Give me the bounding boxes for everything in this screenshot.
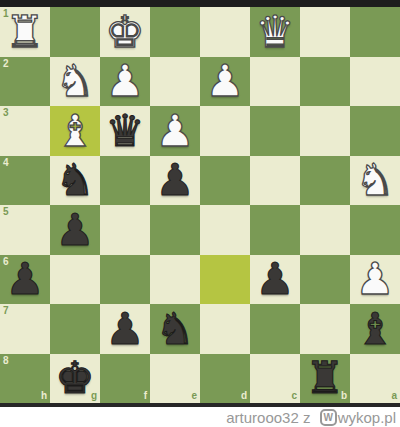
watermark-separator: z <box>299 409 315 426</box>
black-queen-piece[interactable]: ♛ <box>100 106 150 156</box>
black-pawn-piece[interactable]: ♟ <box>0 255 50 305</box>
black-rook-piece[interactable]: ♜ <box>300 354 350 404</box>
square-g1[interactable] <box>50 7 100 57</box>
square-g2[interactable]: ♞ <box>50 57 100 107</box>
file-label-h: h <box>41 390 47 402</box>
white-pawn-piece[interactable]: ♟ <box>200 57 250 107</box>
square-e4[interactable]: ♟ <box>150 156 200 206</box>
black-pawn-piece[interactable]: ♟ <box>50 205 100 255</box>
black-knight-piece[interactable]: ♞ <box>50 156 100 206</box>
black-knight-piece[interactable]: ♞ <box>150 304 200 354</box>
file-label-e: e <box>191 390 197 402</box>
white-king-piece[interactable]: ♚ <box>100 7 150 57</box>
square-c7[interactable] <box>250 304 300 354</box>
square-e2[interactable] <box>150 57 200 107</box>
square-a6[interactable]: ♟ <box>350 255 400 305</box>
black-pawn-piece[interactable]: ♟ <box>150 156 200 206</box>
top-bar <box>0 0 400 7</box>
square-b7[interactable] <box>300 304 350 354</box>
square-e3[interactable]: ♟ <box>150 106 200 156</box>
square-e7[interactable]: ♞ <box>150 304 200 354</box>
white-pawn-piece[interactable]: ♟ <box>150 106 200 156</box>
file-label-d: d <box>241 390 247 402</box>
file-label-a: a <box>391 390 397 402</box>
square-a2[interactable] <box>350 57 400 107</box>
black-bishop-piece[interactable]: ♝ <box>350 304 400 354</box>
square-c2[interactable] <box>250 57 300 107</box>
white-pawn-piece[interactable]: ♟ <box>100 57 150 107</box>
white-bishop-piece[interactable]: ♝ <box>50 106 100 156</box>
square-a8[interactable]: a <box>350 354 400 404</box>
square-h8[interactable]: 8h <box>0 354 50 404</box>
rank-label-7: 7 <box>3 305 9 317</box>
white-knight-piece[interactable]: ♞ <box>50 57 100 107</box>
rank-label-5: 5 <box>3 206 9 218</box>
square-e1[interactable] <box>150 7 200 57</box>
square-c6[interactable]: ♟ <box>250 255 300 305</box>
square-d8[interactable]: d <box>200 354 250 404</box>
square-f8[interactable]: f <box>100 354 150 404</box>
square-a4[interactable]: ♞ <box>350 156 400 206</box>
file-label-c: c <box>291 390 297 402</box>
white-rook-piece[interactable]: ♜ <box>0 7 50 57</box>
square-d7[interactable] <box>200 304 250 354</box>
square-d4[interactable] <box>200 156 250 206</box>
black-pawn-piece[interactable]: ♟ <box>250 255 300 305</box>
square-h7[interactable]: 7 <box>0 304 50 354</box>
square-g6[interactable] <box>50 255 100 305</box>
square-h3[interactable]: 3 <box>0 106 50 156</box>
square-b1[interactable] <box>300 7 350 57</box>
square-b3[interactable] <box>300 106 350 156</box>
wykop-logo-icon: W <box>320 409 337 426</box>
square-d1[interactable] <box>200 7 250 57</box>
rank-label-8: 8 <box>3 355 9 367</box>
square-e6[interactable] <box>150 255 200 305</box>
square-f1[interactable]: ♚ <box>100 7 150 57</box>
rank-label-4: 4 <box>3 157 9 169</box>
square-f3[interactable]: ♛ <box>100 106 150 156</box>
square-b2[interactable] <box>300 57 350 107</box>
square-c4[interactable] <box>250 156 300 206</box>
square-b6[interactable] <box>300 255 350 305</box>
square-d6[interactable] <box>200 255 250 305</box>
watermark-site: wykop.pl <box>338 409 396 426</box>
square-c1[interactable]: ♛ <box>250 7 300 57</box>
square-a5[interactable] <box>350 205 400 255</box>
square-g7[interactable] <box>50 304 100 354</box>
black-pawn-piece[interactable]: ♟ <box>100 304 150 354</box>
square-d3[interactable] <box>200 106 250 156</box>
square-d5[interactable] <box>200 205 250 255</box>
square-b4[interactable] <box>300 156 350 206</box>
square-b5[interactable] <box>300 205 350 255</box>
square-d2[interactable]: ♟ <box>200 57 250 107</box>
square-c3[interactable] <box>250 106 300 156</box>
square-f6[interactable] <box>100 255 150 305</box>
watermark-author: arturooo32 <box>226 409 299 426</box>
square-f5[interactable] <box>100 205 150 255</box>
watermark: arturooo32 z W wykop.pl <box>0 407 400 427</box>
square-f2[interactable]: ♟ <box>100 57 150 107</box>
square-a3[interactable] <box>350 106 400 156</box>
file-label-f: f <box>144 390 147 402</box>
square-f7[interactable]: ♟ <box>100 304 150 354</box>
square-h1[interactable]: 1♜ <box>0 7 50 57</box>
square-c8[interactable]: c <box>250 354 300 404</box>
square-e5[interactable] <box>150 205 200 255</box>
square-b8[interactable]: b♜ <box>300 354 350 404</box>
white-pawn-piece[interactable]: ♟ <box>350 255 400 305</box>
square-g8[interactable]: g♚ <box>50 354 100 404</box>
square-f4[interactable] <box>100 156 150 206</box>
square-h4[interactable]: 4 <box>0 156 50 206</box>
square-g5[interactable]: ♟ <box>50 205 100 255</box>
square-a1[interactable] <box>350 7 400 57</box>
square-h2[interactable]: 2 <box>0 57 50 107</box>
square-c5[interactable] <box>250 205 300 255</box>
white-queen-piece[interactable]: ♛ <box>250 7 300 57</box>
square-h6[interactable]: 6♟ <box>0 255 50 305</box>
square-g3[interactable]: ♝ <box>50 106 100 156</box>
square-e8[interactable]: e <box>150 354 200 404</box>
rank-label-2: 2 <box>3 58 9 70</box>
black-king-piece[interactable]: ♚ <box>50 354 100 404</box>
chess-board: 1♜♚♛2♞♟♟3♝♛♟4♞♟♞5♟6♟♟♟7♟♞♝8hg♚fedcb♜a <box>0 7 400 403</box>
white-knight-piece[interactable]: ♞ <box>350 156 400 206</box>
square-h5[interactable]: 5 <box>0 205 50 255</box>
square-g4[interactable]: ♞ <box>50 156 100 206</box>
rank-label-3: 3 <box>3 107 9 119</box>
square-a7[interactable]: ♝ <box>350 304 400 354</box>
